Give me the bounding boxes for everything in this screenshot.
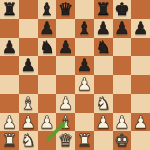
square-c6[interactable]: ♞	[38, 38, 57, 57]
piece-white-pawn: ♟	[21, 113, 36, 132]
square-d6[interactable]: ♟	[56, 38, 75, 57]
piece-black-pawn: ♟	[114, 19, 129, 38]
square-f2[interactable]: ♟	[94, 113, 113, 132]
square-h2[interactable]: ♟	[131, 113, 150, 132]
square-c1[interactable]	[38, 131, 57, 150]
square-h1[interactable]	[131, 131, 150, 150]
square-f6[interactable]: ♞	[94, 38, 113, 57]
square-a2[interactable]: ♟	[0, 113, 19, 132]
piece-black-pawn: ♟	[77, 56, 92, 75]
square-g2[interactable]: ♟	[113, 113, 132, 132]
square-f7[interactable]: ♟	[94, 19, 113, 38]
square-e3[interactable]	[75, 94, 94, 113]
square-g4[interactable]	[113, 75, 132, 94]
square-e7[interactable]: ♝	[75, 19, 94, 38]
square-e8[interactable]	[75, 0, 94, 19]
square-d7[interactable]	[56, 19, 75, 38]
square-c3[interactable]	[38, 94, 57, 113]
piece-black-pawn: ♟	[2, 38, 17, 57]
piece-white-pawn: ♟	[2, 113, 17, 132]
square-a7[interactable]	[0, 19, 19, 38]
square-g5[interactable]	[113, 56, 132, 75]
piece-black-knight: ♞	[39, 38, 54, 57]
square-h4[interactable]	[131, 75, 150, 94]
square-f4[interactable]	[94, 75, 113, 94]
square-g6[interactable]	[113, 38, 132, 57]
piece-white-pawn: ♟	[96, 113, 111, 132]
square-c4[interactable]	[38, 75, 57, 94]
square-d5[interactable]	[56, 56, 75, 75]
square-a3[interactable]	[0, 94, 19, 113]
square-b1[interactable]: ♞	[19, 131, 38, 150]
piece-white-pawn: ♟	[39, 113, 54, 132]
piece-white-queen: ♛	[58, 131, 73, 150]
square-g8[interactable]: ♚	[113, 0, 132, 19]
square-a4[interactable]	[0, 75, 19, 94]
square-h6[interactable]	[131, 38, 150, 57]
piece-black-pawn: ♟	[133, 19, 148, 38]
square-e4[interactable]: ♟	[75, 75, 94, 94]
chess-board: ♜♝♛♜♚♟♝♟♟♟♟♞♟♞♟♟♟♝♟♞♟♟♟♝♟♟♟♜♞♛♜♚	[0, 0, 150, 150]
square-c2[interactable]: ♟	[38, 113, 57, 132]
piece-black-rook: ♜	[2, 0, 17, 19]
square-e1[interactable]: ♜	[75, 131, 94, 150]
piece-black-king: ♚	[114, 0, 129, 19]
piece-black-bishop: ♝	[77, 19, 92, 38]
square-b6[interactable]	[19, 38, 38, 57]
piece-white-rook: ♜	[2, 131, 17, 150]
piece-white-pawn: ♟	[77, 75, 92, 94]
piece-white-knight: ♞	[96, 94, 111, 113]
square-h7[interactable]: ♟	[131, 19, 150, 38]
square-a1[interactable]: ♜	[0, 131, 19, 150]
square-c7[interactable]: ♟	[38, 19, 57, 38]
piece-black-bishop: ♝	[39, 0, 54, 19]
square-f8[interactable]: ♜	[94, 0, 113, 19]
piece-white-pawn: ♟	[58, 94, 73, 113]
square-e5[interactable]: ♟	[75, 56, 94, 75]
square-b4[interactable]	[19, 75, 38, 94]
piece-black-pawn: ♟	[21, 56, 36, 75]
square-d1[interactable]: ♛	[56, 131, 75, 150]
piece-black-pawn: ♟	[39, 19, 54, 38]
piece-white-bishop: ♝	[21, 94, 36, 113]
square-h8[interactable]	[131, 0, 150, 19]
piece-white-knight: ♞	[21, 131, 36, 150]
square-g3[interactable]	[113, 94, 132, 113]
square-d4[interactable]	[56, 75, 75, 94]
piece-black-queen: ♛	[58, 0, 73, 19]
piece-black-pawn: ♟	[58, 38, 73, 57]
square-b2[interactable]: ♟	[19, 113, 38, 132]
square-f3[interactable]: ♞	[94, 94, 113, 113]
piece-black-pawn: ♟	[96, 19, 111, 38]
square-h3[interactable]	[131, 94, 150, 113]
square-b3[interactable]: ♝	[19, 94, 38, 113]
square-e2[interactable]	[75, 113, 94, 132]
piece-white-pawn: ♟	[114, 113, 129, 132]
square-g7[interactable]: ♟	[113, 19, 132, 38]
piece-white-rook: ♜	[77, 131, 92, 150]
square-a8[interactable]: ♜	[0, 0, 19, 19]
piece-white-king: ♚	[114, 131, 129, 150]
square-a6[interactable]: ♟	[0, 38, 19, 57]
square-b7[interactable]	[19, 19, 38, 38]
piece-white-pawn: ♟	[133, 113, 148, 132]
square-e6[interactable]	[75, 38, 94, 57]
square-c8[interactable]: ♝	[38, 0, 57, 19]
square-b8[interactable]	[19, 0, 38, 19]
square-c5[interactable]	[38, 56, 57, 75]
square-d2[interactable]: ♝	[56, 113, 75, 132]
square-f1[interactable]	[94, 131, 113, 150]
chess-board-wrapper: ♜♝♛♜♚♟♝♟♟♟♟♞♟♞♟♟♟♝♟♞♟♟♟♝♟♟♟♜♞♛♜♚	[0, 0, 150, 150]
square-g1[interactable]: ♚	[113, 131, 132, 150]
square-h5[interactable]	[131, 56, 150, 75]
piece-black-knight: ♞	[96, 38, 111, 57]
square-b5[interactable]: ♟	[19, 56, 38, 75]
square-d8[interactable]: ♛	[56, 0, 75, 19]
piece-black-rook: ♜	[96, 0, 111, 19]
square-a5[interactable]	[0, 56, 19, 75]
square-d3[interactable]: ♟	[56, 94, 75, 113]
square-f5[interactable]	[94, 56, 113, 75]
piece-white-bishop: ♝	[58, 113, 73, 132]
